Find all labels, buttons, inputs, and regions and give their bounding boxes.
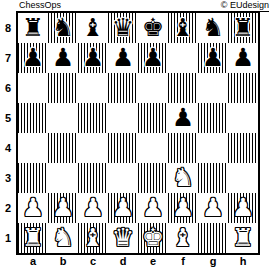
black-bishop: ♝	[168, 13, 198, 43]
square-c7[interactable]: ♟	[78, 43, 108, 73]
square-e6[interactable]	[138, 73, 168, 103]
square-b4[interactable]	[48, 133, 78, 163]
white-bishop: ♝	[168, 223, 198, 253]
square-a7[interactable]: ♟	[18, 43, 48, 73]
square-e5[interactable]	[138, 103, 168, 133]
white-pawn: ♟	[78, 193, 108, 223]
white-pawn: ♟	[18, 193, 48, 223]
black-queen: ♛	[108, 13, 138, 43]
square-h7[interactable]: ♟	[228, 43, 258, 73]
square-g3[interactable]	[198, 163, 228, 193]
square-g5[interactable]	[198, 103, 228, 133]
white-pawn: ♟	[138, 193, 168, 223]
white-knight: ♞	[168, 163, 198, 193]
square-f5[interactable]: ♟	[168, 103, 198, 133]
square-b6[interactable]	[48, 73, 78, 103]
white-queen: ♛	[108, 223, 138, 253]
square-d6[interactable]	[108, 73, 138, 103]
square-b1[interactable]: ♞	[48, 223, 78, 253]
copyright-link[interactable]: © EUdesign	[221, 0, 269, 11]
square-e1[interactable]: ♚	[138, 223, 168, 253]
square-f8[interactable]: ♝	[168, 13, 198, 43]
chess-board: ♜♞♝♛♚♝♞♜♟♟♟♟♟♟♟♟♞♟♟♟♟♟♟♟♟♜♞♝♛♚♝♜	[16, 11, 260, 255]
square-e3[interactable]	[138, 163, 168, 193]
rank-label: 1	[0, 223, 16, 253]
square-c1[interactable]: ♝	[78, 223, 108, 253]
square-c3[interactable]	[78, 163, 108, 193]
app-title-link[interactable]: ChessOps	[19, 0, 61, 11]
white-king: ♚	[138, 223, 168, 253]
square-c4[interactable]	[78, 133, 108, 163]
square-f7[interactable]	[168, 43, 198, 73]
square-h3[interactable]	[228, 163, 258, 193]
black-knight: ♞	[198, 13, 228, 43]
square-e2[interactable]: ♟	[138, 193, 168, 223]
rank-label: 4	[0, 133, 16, 163]
square-g6[interactable]	[198, 73, 228, 103]
black-pawn: ♟	[228, 43, 258, 73]
square-h4[interactable]	[228, 133, 258, 163]
file-label: f	[168, 255, 198, 268]
square-d5[interactable]	[108, 103, 138, 133]
square-h2[interactable]: ♟	[228, 193, 258, 223]
white-pawn: ♟	[198, 193, 228, 223]
rank-label: 8	[0, 13, 16, 43]
black-pawn: ♟	[138, 43, 168, 73]
rank-label: 3	[0, 163, 16, 193]
square-h5[interactable]	[228, 103, 258, 133]
square-a3[interactable]	[18, 163, 48, 193]
square-b3[interactable]	[48, 163, 78, 193]
file-label: e	[138, 255, 168, 268]
square-h8[interactable]: ♜	[228, 13, 258, 43]
rank-label: 2	[0, 193, 16, 223]
file-labels: abcdefgh	[18, 255, 258, 268]
square-h1[interactable]: ♜	[228, 223, 258, 253]
white-pawn: ♟	[228, 193, 258, 223]
square-c2[interactable]: ♟	[78, 193, 108, 223]
square-a4[interactable]	[18, 133, 48, 163]
rank-label: 7	[0, 43, 16, 73]
chessops-diagram-page: ChessOps © EUdesign 87654321 ♜♞♝♛♚♝♞♜♟♟♟…	[0, 0, 270, 270]
black-pawn: ♟	[198, 43, 228, 73]
square-e8[interactable]: ♚	[138, 13, 168, 43]
square-e4[interactable]	[138, 133, 168, 163]
white-rook: ♜	[18, 223, 48, 253]
square-d8[interactable]: ♛	[108, 13, 138, 43]
black-bishop: ♝	[78, 13, 108, 43]
black-pawn: ♟	[48, 43, 78, 73]
square-f1[interactable]: ♝	[168, 223, 198, 253]
square-g1[interactable]	[198, 223, 228, 253]
square-h6[interactable]	[228, 73, 258, 103]
square-d4[interactable]	[108, 133, 138, 163]
square-e7[interactable]: ♟	[138, 43, 168, 73]
white-pawn: ♟	[48, 193, 78, 223]
black-pawn: ♟	[18, 43, 48, 73]
square-a1[interactable]: ♜	[18, 223, 48, 253]
square-g8[interactable]: ♞	[198, 13, 228, 43]
square-g7[interactable]: ♟	[198, 43, 228, 73]
square-a2[interactable]: ♟	[18, 193, 48, 223]
square-f4[interactable]	[168, 133, 198, 163]
white-pawn: ♟	[108, 193, 138, 223]
file-label: d	[108, 255, 138, 268]
white-rook: ♜	[228, 223, 258, 253]
white-knight: ♞	[48, 223, 78, 253]
rank-labels: 87654321	[0, 13, 16, 253]
square-a5[interactable]	[18, 103, 48, 133]
rank-label: 5	[0, 103, 16, 133]
square-c6[interactable]	[78, 73, 108, 103]
black-rook: ♜	[18, 13, 48, 43]
file-label: b	[48, 255, 78, 268]
square-b2[interactable]: ♟	[48, 193, 78, 223]
black-king: ♚	[138, 13, 168, 43]
file-label: a	[18, 255, 48, 268]
square-g2[interactable]: ♟	[198, 193, 228, 223]
square-b7[interactable]: ♟	[48, 43, 78, 73]
square-b5[interactable]	[48, 103, 78, 133]
black-pawn: ♟	[78, 43, 108, 73]
square-d2[interactable]: ♟	[108, 193, 138, 223]
square-d3[interactable]	[108, 163, 138, 193]
rank-label: 6	[0, 73, 16, 103]
square-d7[interactable]: ♟	[108, 43, 138, 73]
square-a6[interactable]	[18, 73, 48, 103]
file-label: g	[198, 255, 228, 268]
square-c5[interactable]	[78, 103, 108, 133]
square-f3[interactable]: ♞	[168, 163, 198, 193]
white-pawn: ♟	[168, 193, 198, 223]
file-label: h	[228, 255, 258, 268]
file-label: c	[78, 255, 108, 268]
white-bishop: ♝	[78, 223, 108, 253]
square-c8[interactable]: ♝	[78, 13, 108, 43]
black-pawn: ♟	[108, 43, 138, 73]
black-pawn: ♟	[168, 103, 198, 133]
square-f2[interactable]: ♟	[168, 193, 198, 223]
square-f6[interactable]	[168, 73, 198, 103]
square-d1[interactable]: ♛	[108, 223, 138, 253]
square-a8[interactable]: ♜	[18, 13, 48, 43]
square-g4[interactable]	[198, 133, 228, 163]
square-b8[interactable]: ♞	[48, 13, 78, 43]
black-rook: ♜	[228, 13, 258, 43]
black-knight: ♞	[48, 13, 78, 43]
